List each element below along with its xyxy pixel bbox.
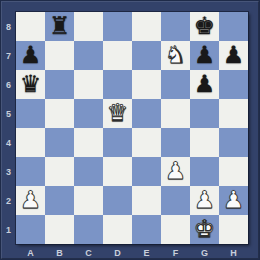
square-a7[interactable]: ♟ [16,41,45,70]
square-c8[interactable] [74,12,103,41]
square-e4[interactable] [132,128,161,157]
piece-white-knight[interactable]: ♞ [161,41,190,70]
square-h1[interactable] [219,215,248,244]
square-e2[interactable] [132,186,161,215]
square-f4[interactable] [161,128,190,157]
square-a3[interactable] [16,157,45,186]
rank-label-8: 8 [1,12,16,41]
square-d5[interactable]: ♛ [103,99,132,128]
file-labels: ABCDEFGH [16,244,248,260]
piece-black-pawn[interactable]: ♟ [190,70,219,99]
square-c4[interactable] [74,128,103,157]
rank-label-6: 6 [1,70,16,99]
square-b4[interactable] [45,128,74,157]
square-d2[interactable] [103,186,132,215]
square-f8[interactable] [161,12,190,41]
piece-black-pawn[interactable]: ♟ [16,41,45,70]
square-h3[interactable] [219,157,248,186]
square-d1[interactable] [103,215,132,244]
file-label-f: F [161,244,190,260]
square-f7[interactable]: ♞ [161,41,190,70]
file-label-e: E [132,244,161,260]
square-h2[interactable]: ♟ [219,186,248,215]
square-a4[interactable] [16,128,45,157]
square-b7[interactable] [45,41,74,70]
piece-black-rook[interactable]: ♜ [45,12,74,41]
square-h5[interactable] [219,99,248,128]
square-d6[interactable] [103,70,132,99]
square-h6[interactable] [219,70,248,99]
piece-black-king[interactable]: ♚ [190,12,219,41]
rank-label-2: 2 [1,186,16,215]
piece-white-pawn[interactable]: ♟ [16,186,45,215]
square-a2[interactable]: ♟ [16,186,45,215]
square-c6[interactable] [74,70,103,99]
file-label-h: H [219,244,248,260]
square-e8[interactable] [132,12,161,41]
square-e1[interactable] [132,215,161,244]
square-a6[interactable]: ♛ [16,70,45,99]
square-b8[interactable]: ♜ [45,12,74,41]
rank-label-7: 7 [1,41,16,70]
square-g3[interactable] [190,157,219,186]
file-label-b: B [45,244,74,260]
square-a1[interactable] [16,215,45,244]
square-e5[interactable] [132,99,161,128]
piece-white-pawn[interactable]: ♟ [219,186,248,215]
piece-black-pawn[interactable]: ♟ [190,41,219,70]
square-g8[interactable]: ♚ [190,12,219,41]
square-g2[interactable]: ♟ [190,186,219,215]
file-label-a: A [16,244,45,260]
square-e6[interactable] [132,70,161,99]
square-e7[interactable] [132,41,161,70]
piece-black-queen[interactable]: ♛ [16,70,45,99]
piece-black-pawn[interactable]: ♟ [219,41,248,70]
square-c2[interactable] [74,186,103,215]
square-d3[interactable] [103,157,132,186]
square-g7[interactable]: ♟ [190,41,219,70]
square-f6[interactable] [161,70,190,99]
square-f1[interactable] [161,215,190,244]
rank-label-1: 1 [1,215,16,244]
piece-white-queen[interactable]: ♛ [103,99,132,128]
chessboard-widget: 87654321 ♜♚♟♞♟♟♛♟♛♟♟♟♟♚ ABCDEFGH [0,0,260,260]
square-g4[interactable] [190,128,219,157]
square-c3[interactable] [74,157,103,186]
square-g6[interactable]: ♟ [190,70,219,99]
square-b3[interactable] [45,157,74,186]
piece-white-king[interactable]: ♚ [190,215,219,244]
file-label-d: D [103,244,132,260]
square-h4[interactable] [219,128,248,157]
file-label-g: G [190,244,219,260]
square-f3[interactable]: ♟ [161,157,190,186]
square-h8[interactable] [219,12,248,41]
square-c7[interactable] [74,41,103,70]
square-b1[interactable] [45,215,74,244]
square-f5[interactable] [161,99,190,128]
square-h7[interactable]: ♟ [219,41,248,70]
square-c5[interactable] [74,99,103,128]
square-b2[interactable] [45,186,74,215]
square-c1[interactable] [74,215,103,244]
square-d4[interactable] [103,128,132,157]
square-d7[interactable] [103,41,132,70]
square-f2[interactable] [161,186,190,215]
square-a5[interactable] [16,99,45,128]
square-d8[interactable] [103,12,132,41]
piece-white-pawn[interactable]: ♟ [190,186,219,215]
square-b5[interactable] [45,99,74,128]
chess-board[interactable]: ♜♚♟♞♟♟♛♟♛♟♟♟♟♚ [16,12,248,244]
rank-label-4: 4 [1,128,16,157]
square-e3[interactable] [132,157,161,186]
square-a8[interactable] [16,12,45,41]
square-b6[interactable] [45,70,74,99]
rank-labels: 87654321 [1,12,16,244]
file-label-c: C [74,244,103,260]
piece-white-pawn[interactable]: ♟ [161,157,190,186]
rank-label-5: 5 [1,99,16,128]
square-g5[interactable] [190,99,219,128]
square-g1[interactable]: ♚ [190,215,219,244]
rank-label-3: 3 [1,157,16,186]
